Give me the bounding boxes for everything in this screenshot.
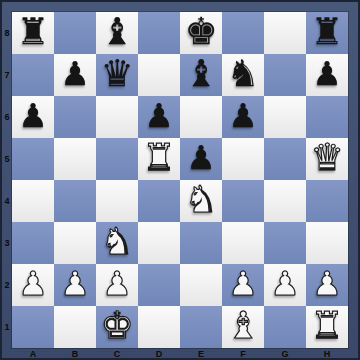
square-f1[interactable]: ♝ [222, 306, 264, 348]
piece-white-knight[interactable]: ♞ [180, 180, 222, 222]
square-c4[interactable] [96, 180, 138, 222]
piece-black-bishop[interactable]: ♝ [96, 12, 138, 54]
square-h2[interactable]: ♟ [306, 264, 348, 306]
square-d2[interactable] [138, 264, 180, 306]
piece-white-rook[interactable]: ♜ [306, 306, 348, 348]
piece-white-pawn[interactable]: ♟ [54, 264, 96, 306]
square-d1[interactable] [138, 306, 180, 348]
rank-label-2: 2 [2, 264, 12, 306]
square-d4[interactable] [138, 180, 180, 222]
rank-label-1: 1 [2, 306, 12, 348]
square-e5[interactable]: ♟ [180, 138, 222, 180]
square-a4[interactable] [12, 180, 54, 222]
square-d6[interactable]: ♟ [138, 96, 180, 138]
piece-black-pawn[interactable]: ♟ [138, 96, 180, 138]
rank-label-8: 8 [2, 12, 12, 54]
piece-black-rook[interactable]: ♜ [12, 12, 54, 54]
square-e1[interactable] [180, 306, 222, 348]
square-b3[interactable] [54, 222, 96, 264]
square-g6[interactable] [264, 96, 306, 138]
square-a5[interactable] [12, 138, 54, 180]
rank-label-4: 4 [2, 180, 12, 222]
file-label-f: F [222, 348, 264, 360]
square-f8[interactable] [222, 12, 264, 54]
square-b8[interactable] [54, 12, 96, 54]
rank-label-3: 3 [2, 222, 12, 264]
square-h5[interactable]: ♛ [306, 138, 348, 180]
piece-white-bishop[interactable]: ♝ [222, 306, 264, 348]
square-e4[interactable]: ♞ [180, 180, 222, 222]
square-a6[interactable]: ♟ [12, 96, 54, 138]
square-h7[interactable]: ♟ [306, 54, 348, 96]
square-d7[interactable] [138, 54, 180, 96]
piece-black-bishop[interactable]: ♝ [180, 54, 222, 96]
square-f7[interactable]: ♞ [222, 54, 264, 96]
square-a7[interactable] [12, 54, 54, 96]
square-g3[interactable] [264, 222, 306, 264]
square-b1[interactable] [54, 306, 96, 348]
square-g2[interactable]: ♟ [264, 264, 306, 306]
square-c7[interactable]: ♛ [96, 54, 138, 96]
piece-black-knight[interactable]: ♞ [222, 54, 264, 96]
square-a1[interactable] [12, 306, 54, 348]
piece-white-pawn[interactable]: ♟ [12, 264, 54, 306]
square-c8[interactable]: ♝ [96, 12, 138, 54]
square-c1[interactable]: ♚ [96, 306, 138, 348]
file-label-e: E [180, 348, 222, 360]
square-d5[interactable]: ♜ [138, 138, 180, 180]
piece-black-king[interactable]: ♚ [180, 12, 222, 54]
square-d8[interactable] [138, 12, 180, 54]
square-c5[interactable] [96, 138, 138, 180]
piece-black-pawn[interactable]: ♟ [306, 54, 348, 96]
file-label-b: B [54, 348, 96, 360]
square-f5[interactable] [222, 138, 264, 180]
file-label-c: C [96, 348, 138, 360]
piece-white-knight[interactable]: ♞ [96, 222, 138, 264]
board-frame: ♜♝♚♜♟♛♝♞♟♟♟♟♜♟♛♞♞♟♟♟♟♟♟♚♝♜ 87654321 ABCD… [0, 0, 360, 360]
square-a8[interactable]: ♜ [12, 12, 54, 54]
rank-label-7: 7 [2, 54, 12, 96]
piece-white-pawn[interactable]: ♟ [96, 264, 138, 306]
square-f6[interactable]: ♟ [222, 96, 264, 138]
square-e2[interactable] [180, 264, 222, 306]
square-c2[interactable]: ♟ [96, 264, 138, 306]
piece-black-rook[interactable]: ♜ [306, 12, 348, 54]
piece-white-queen[interactable]: ♛ [306, 138, 348, 180]
chess-board: ♜♝♚♜♟♛♝♞♟♟♟♟♜♟♛♞♞♟♟♟♟♟♟♚♝♜ [12, 12, 348, 348]
piece-black-queen[interactable]: ♛ [96, 54, 138, 96]
square-c6[interactable] [96, 96, 138, 138]
square-b2[interactable]: ♟ [54, 264, 96, 306]
square-g1[interactable] [264, 306, 306, 348]
piece-black-pawn[interactable]: ♟ [222, 96, 264, 138]
square-b5[interactable] [54, 138, 96, 180]
square-f3[interactable] [222, 222, 264, 264]
piece-black-pawn[interactable]: ♟ [12, 96, 54, 138]
square-b6[interactable] [54, 96, 96, 138]
square-h1[interactable]: ♜ [306, 306, 348, 348]
file-label-d: D [138, 348, 180, 360]
square-h4[interactable] [306, 180, 348, 222]
square-a3[interactable] [12, 222, 54, 264]
square-f2[interactable]: ♟ [222, 264, 264, 306]
square-h3[interactable] [306, 222, 348, 264]
file-label-g: G [264, 348, 306, 360]
square-a2[interactable]: ♟ [12, 264, 54, 306]
square-g4[interactable] [264, 180, 306, 222]
file-label-a: A [12, 348, 54, 360]
piece-black-pawn[interactable]: ♟ [54, 54, 96, 96]
square-f4[interactable] [222, 180, 264, 222]
piece-white-pawn[interactable]: ♟ [306, 264, 348, 306]
square-c3[interactable]: ♞ [96, 222, 138, 264]
square-e7[interactable]: ♝ [180, 54, 222, 96]
square-e3[interactable] [180, 222, 222, 264]
square-e6[interactable] [180, 96, 222, 138]
piece-black-pawn[interactable]: ♟ [180, 138, 222, 180]
piece-white-pawn[interactable]: ♟ [222, 264, 264, 306]
square-e8[interactable]: ♚ [180, 12, 222, 54]
square-g5[interactable] [264, 138, 306, 180]
square-g7[interactable] [264, 54, 306, 96]
rank-label-5: 5 [2, 138, 12, 180]
square-g8[interactable] [264, 12, 306, 54]
rank-label-6: 6 [2, 96, 12, 138]
piece-white-pawn[interactable]: ♟ [264, 264, 306, 306]
square-h6[interactable] [306, 96, 348, 138]
square-h8[interactable]: ♜ [306, 12, 348, 54]
piece-white-king[interactable]: ♚ [96, 306, 138, 348]
square-b4[interactable] [54, 180, 96, 222]
piece-white-rook[interactable]: ♜ [138, 138, 180, 180]
file-label-h: H [306, 348, 348, 360]
square-b7[interactable]: ♟ [54, 54, 96, 96]
square-d3[interactable] [138, 222, 180, 264]
